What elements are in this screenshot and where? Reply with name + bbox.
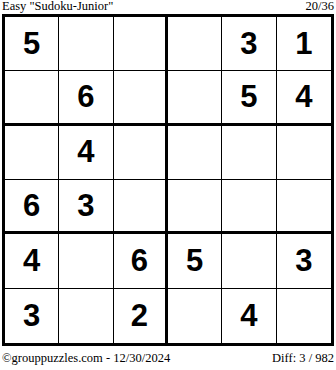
cell-r2c6[interactable]: 4: [277, 71, 331, 125]
cell-r1c3[interactable]: [114, 17, 168, 71]
sudoku-board: 5316544634653324: [2, 14, 334, 346]
cell-r5c5[interactable]: [222, 234, 276, 288]
cell-r4c1[interactable]: 6: [5, 180, 59, 234]
cell-r3c6[interactable]: [277, 126, 331, 180]
cell-r2c2[interactable]: 6: [59, 71, 113, 125]
cell-r3c5[interactable]: [222, 126, 276, 180]
cell-r4c5[interactable]: [222, 180, 276, 234]
cell-r6c2[interactable]: [59, 289, 113, 343]
cell-r1c1[interactable]: 5: [5, 17, 59, 71]
cell-r3c4[interactable]: [168, 126, 222, 180]
cell-r5c4[interactable]: 5: [168, 234, 222, 288]
cell-r5c3[interactable]: 6: [114, 234, 168, 288]
cell-r6c3[interactable]: 2: [114, 289, 168, 343]
puzzle-page: Easy "Sudoku-Junior" 20/36 5316544634653…: [0, 0, 336, 370]
puzzle-title: Easy "Sudoku-Junior": [2, 0, 113, 13]
cell-r6c5[interactable]: 4: [222, 289, 276, 343]
footer: ©grouppuzzles.com - 12/30/2024 Diff: 3 /…: [2, 351, 334, 367]
cell-r6c4[interactable]: [168, 289, 222, 343]
cell-r1c5[interactable]: 3: [222, 17, 276, 71]
cell-r1c2[interactable]: [59, 17, 113, 71]
cell-r4c3[interactable]: [114, 180, 168, 234]
cell-r1c6[interactable]: 1: [277, 17, 331, 71]
cell-r3c3[interactable]: [114, 126, 168, 180]
cell-r1c4[interactable]: [168, 17, 222, 71]
cell-r4c2[interactable]: 3: [59, 180, 113, 234]
cell-r3c2[interactable]: 4: [59, 126, 113, 180]
copyright-text: ©grouppuzzles.com - 12/30/2024: [2, 351, 170, 367]
cell-r2c3[interactable]: [114, 71, 168, 125]
cell-r2c4[interactable]: [168, 71, 222, 125]
cell-r2c5[interactable]: 5: [222, 71, 276, 125]
difficulty-text: Diff: 3 / 982: [272, 351, 334, 367]
cell-r5c2[interactable]: [59, 234, 113, 288]
header: Easy "Sudoku-Junior" 20/36: [2, 0, 334, 14]
cell-r4c6[interactable]: [277, 180, 331, 234]
cell-r2c1[interactable]: [5, 71, 59, 125]
puzzle-counter: 20/36: [306, 0, 334, 13]
cell-r5c6[interactable]: 3: [277, 234, 331, 288]
cell-r6c1[interactable]: 3: [5, 289, 59, 343]
cell-r4c4[interactable]: [168, 180, 222, 234]
cell-r3c1[interactable]: [5, 126, 59, 180]
cell-r5c1[interactable]: 4: [5, 234, 59, 288]
cell-r6c6[interactable]: [277, 289, 331, 343]
